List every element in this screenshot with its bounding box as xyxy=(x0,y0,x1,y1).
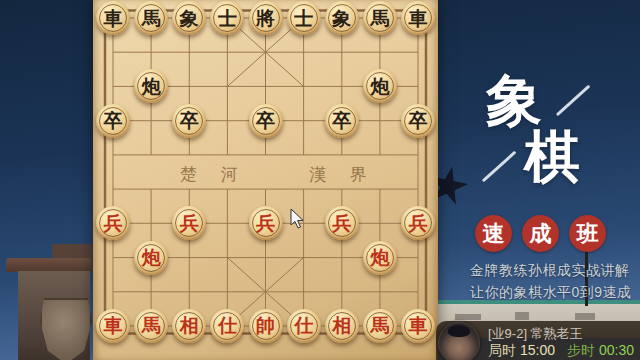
background-gate-structure xyxy=(0,238,96,360)
piece-black-卒[interactable]: 卒 xyxy=(249,104,283,138)
piece-black-車[interactable]: 車 xyxy=(401,1,435,35)
piece-red-相[interactable]: 相 xyxy=(325,309,359,343)
title-char-qi: 棋 xyxy=(524,128,580,184)
piece-black-卒[interactable]: 卒 xyxy=(96,104,130,138)
piece-black-馬[interactable]: 馬 xyxy=(134,1,168,35)
board-grid-lines xyxy=(93,0,438,360)
piece-red-帥[interactable]: 帥 xyxy=(249,309,283,343)
piece-red-炮[interactable]: 炮 xyxy=(363,241,397,275)
piece-red-兵[interactable]: 兵 xyxy=(249,206,283,240)
piece-black-象[interactable]: 象 xyxy=(172,1,206,35)
piece-black-士[interactable]: 士 xyxy=(287,1,321,35)
game-time-label: 局时 xyxy=(488,342,516,358)
player-rank-name: [业9-2] 常熟老王 xyxy=(488,325,583,343)
app-window: { "game": "xiangqi", "position": { "fen"… xyxy=(0,0,640,360)
step-time-value: 00:30 xyxy=(599,342,634,358)
badge-su: 速 xyxy=(475,215,512,252)
piece-red-車[interactable]: 車 xyxy=(96,309,130,343)
piece-black-將[interactable]: 將 xyxy=(249,1,283,35)
building-window xyxy=(575,313,595,320)
piece-black-車[interactable]: 車 xyxy=(96,1,130,35)
title-slash-icon xyxy=(482,151,516,182)
player-avatar xyxy=(438,322,480,360)
title-char-xiang: 象 xyxy=(486,72,542,128)
piece-red-仕[interactable]: 仕 xyxy=(287,309,321,343)
piece-red-炮[interactable]: 炮 xyxy=(134,241,168,275)
promo-line-1: 金牌教练孙根成实战讲解 xyxy=(470,262,630,280)
river-label-chuhe: 楚 河 xyxy=(180,163,246,186)
promo-line-2: 让你的象棋水平0到9速成 xyxy=(470,284,632,302)
piece-red-車[interactable]: 車 xyxy=(401,309,435,343)
gate-roof xyxy=(6,258,92,272)
mouse-cursor-icon xyxy=(290,208,306,230)
gate-shield-emblem xyxy=(40,298,92,360)
xiangqi-board[interactable]: 楚 河 漢 界 車馬象士將士象馬車炮炮卒卒卒卒卒兵兵兵兵兵炮炮車馬相仕帥仕相馬車 xyxy=(93,0,438,360)
building-window xyxy=(515,312,529,320)
piece-red-兵[interactable]: 兵 xyxy=(325,206,359,240)
badge-cheng: 成 xyxy=(522,215,559,252)
game-time-value: 15:00 xyxy=(520,342,555,358)
piece-black-馬[interactable]: 馬 xyxy=(363,1,397,35)
piece-red-相[interactable]: 相 xyxy=(172,309,206,343)
step-time-label: 步时 xyxy=(567,342,595,358)
piece-black-象[interactable]: 象 xyxy=(325,1,359,35)
piece-black-卒[interactable]: 卒 xyxy=(325,104,359,138)
river-label-hanjie: 漢 界 xyxy=(309,163,375,186)
piece-black-卒[interactable]: 卒 xyxy=(172,104,206,138)
piece-red-馬[interactable]: 馬 xyxy=(134,309,168,343)
title-slash-icon xyxy=(556,85,590,116)
building-window xyxy=(455,314,481,320)
player-timers: 局时15:00步时00:30 xyxy=(488,342,634,360)
player-info-bar: [业9-2] 常熟老王 局时15:00步时00:30 xyxy=(436,321,640,360)
piece-red-馬[interactable]: 馬 xyxy=(363,309,397,343)
badge-ban: 班 xyxy=(569,215,606,252)
piece-black-卒[interactable]: 卒 xyxy=(401,104,435,138)
